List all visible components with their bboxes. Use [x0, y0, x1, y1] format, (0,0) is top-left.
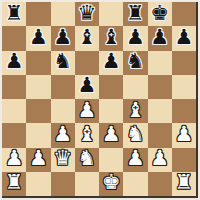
piece-white-pawn: ♟	[126, 148, 145, 169]
square-a4[interactable]	[2, 99, 26, 123]
square-a3[interactable]	[2, 123, 26, 147]
piece-white-knight: ♞	[77, 148, 96, 169]
piece-black-pawn: ♟	[150, 27, 169, 48]
square-g3[interactable]	[148, 123, 172, 147]
square-f1[interactable]	[123, 172, 147, 196]
piece-black-knight: ♞	[126, 51, 145, 72]
square-b2[interactable]: ♟	[26, 148, 50, 172]
square-h2[interactable]	[172, 148, 196, 172]
square-c5[interactable]	[51, 75, 75, 99]
piece-white-pawn: ♟	[174, 124, 193, 145]
square-a7[interactable]	[2, 26, 26, 50]
piece-white-bishop: ♝	[126, 100, 145, 121]
chess-board: ♜♛♜♚♟♟♝♝♟♟♟♟♞♟♞♟♟♝♟♝♟♞♟♟♟♛♞♟♟♜♚♜	[2, 2, 198, 198]
square-d3[interactable]: ♝	[75, 123, 99, 147]
square-d2[interactable]: ♞	[75, 148, 99, 172]
square-d5[interactable]: ♟	[75, 75, 99, 99]
piece-black-queen: ♛	[77, 3, 96, 24]
square-f5[interactable]	[123, 75, 147, 99]
square-f3[interactable]: ♞	[123, 123, 147, 147]
piece-white-pawn: ♟	[150, 148, 169, 169]
piece-white-bishop: ♝	[77, 124, 96, 145]
square-a8[interactable]: ♜	[2, 2, 26, 26]
piece-black-pawn: ♟	[29, 27, 48, 48]
square-h6[interactable]	[172, 51, 196, 75]
piece-black-bishop: ♝	[77, 27, 96, 48]
square-c1[interactable]	[51, 172, 75, 196]
piece-white-pawn: ♟	[5, 148, 24, 169]
square-e8[interactable]	[99, 2, 123, 26]
square-f8[interactable]: ♜	[123, 2, 147, 26]
piece-white-king: ♚	[102, 172, 121, 193]
piece-black-rook: ♜	[5, 3, 24, 24]
piece-black-pawn: ♟	[5, 51, 24, 72]
piece-black-king: ♚	[150, 3, 169, 24]
square-b4[interactable]	[26, 99, 50, 123]
square-e3[interactable]: ♟	[99, 123, 123, 147]
square-a6[interactable]: ♟	[2, 51, 26, 75]
square-f7[interactable]: ♟	[123, 26, 147, 50]
piece-white-pawn: ♟	[77, 100, 96, 121]
piece-white-knight: ♞	[126, 124, 145, 145]
piece-white-pawn: ♟	[53, 124, 72, 145]
square-b1[interactable]	[26, 172, 50, 196]
square-b3[interactable]	[26, 123, 50, 147]
square-b5[interactable]	[26, 75, 50, 99]
piece-black-pawn: ♟	[53, 27, 72, 48]
square-d1[interactable]	[75, 172, 99, 196]
square-d6[interactable]	[75, 51, 99, 75]
square-a1[interactable]: ♜	[2, 172, 26, 196]
square-f4[interactable]: ♝	[123, 99, 147, 123]
piece-black-pawn: ♟	[77, 75, 96, 96]
piece-black-pawn: ♟	[174, 27, 193, 48]
square-d8[interactable]: ♛	[75, 2, 99, 26]
square-c3[interactable]: ♟	[51, 123, 75, 147]
square-e2[interactable]	[99, 148, 123, 172]
square-h3[interactable]: ♟	[172, 123, 196, 147]
square-d7[interactable]: ♝	[75, 26, 99, 50]
square-h1[interactable]: ♜	[172, 172, 196, 196]
square-b8[interactable]	[26, 2, 50, 26]
square-h8[interactable]	[172, 2, 196, 26]
piece-white-pawn: ♟	[29, 148, 48, 169]
piece-black-bishop: ♝	[102, 27, 121, 48]
square-c8[interactable]	[51, 2, 75, 26]
piece-black-pawn: ♟	[126, 27, 145, 48]
square-e4[interactable]	[99, 99, 123, 123]
square-c4[interactable]	[51, 99, 75, 123]
square-e1[interactable]: ♚	[99, 172, 123, 196]
piece-white-rook: ♜	[5, 172, 24, 193]
square-g8[interactable]: ♚	[148, 2, 172, 26]
chess-diagram: ♜♛♜♚♟♟♝♝♟♟♟♟♞♟♞♟♟♝♟♝♟♞♟♟♟♛♞♟♟♜♚♜	[0, 0, 200, 200]
square-a2[interactable]: ♟	[2, 148, 26, 172]
piece-white-pawn: ♟	[102, 124, 121, 145]
square-a5[interactable]	[2, 75, 26, 99]
piece-black-knight: ♞	[53, 51, 72, 72]
square-f6[interactable]: ♞	[123, 51, 147, 75]
square-g5[interactable]	[148, 75, 172, 99]
square-e5[interactable]	[99, 75, 123, 99]
square-g4[interactable]	[148, 99, 172, 123]
square-h4[interactable]	[172, 99, 196, 123]
square-g6[interactable]	[148, 51, 172, 75]
square-g2[interactable]: ♟	[148, 148, 172, 172]
square-d4[interactable]: ♟	[75, 99, 99, 123]
square-b7[interactable]: ♟	[26, 26, 50, 50]
square-f2[interactable]: ♟	[123, 148, 147, 172]
square-e7[interactable]: ♝	[99, 26, 123, 50]
square-c7[interactable]: ♟	[51, 26, 75, 50]
square-h7[interactable]: ♟	[172, 26, 196, 50]
square-c6[interactable]: ♞	[51, 51, 75, 75]
square-e6[interactable]: ♟	[99, 51, 123, 75]
square-b6[interactable]	[26, 51, 50, 75]
piece-black-pawn: ♟	[102, 51, 121, 72]
square-g1[interactable]	[148, 172, 172, 196]
piece-white-rook: ♜	[174, 172, 193, 193]
piece-black-rook: ♜	[126, 3, 145, 24]
square-c2[interactable]: ♛	[51, 148, 75, 172]
square-h5[interactable]	[172, 75, 196, 99]
piece-white-queen: ♛	[53, 148, 72, 169]
square-g7[interactable]: ♟	[148, 26, 172, 50]
